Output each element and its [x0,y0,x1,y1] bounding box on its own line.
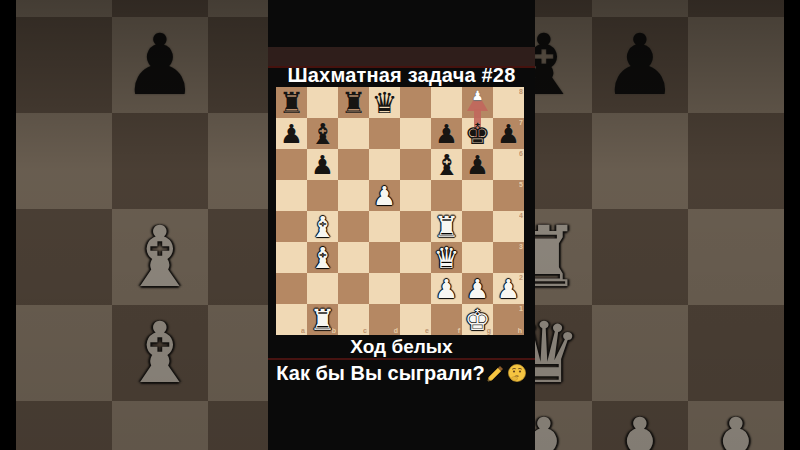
square-e2 [400,273,431,304]
square-b7 [307,118,338,149]
square-g6 [462,149,493,180]
square-e8 [400,87,431,118]
square-c3 [338,242,369,273]
square-f6 [431,149,462,180]
square-b8 [307,87,338,118]
square-c4 [338,211,369,242]
square-g8 [462,87,493,118]
square-g4 [462,211,493,242]
square-c5 [338,180,369,211]
square-c1: c [338,304,369,335]
coord-file-a: a [301,327,305,334]
thinking-face-emoji [507,363,527,389]
square-h4: 4 [493,211,524,242]
caption-question-text: Как бы Вы сыграли? [276,362,484,384]
square-h2: 2 [493,273,524,304]
coord-file-g: g [487,327,491,334]
square-d7 [369,118,400,149]
coord-rank-3: 3 [519,243,523,250]
coord-rank-1: 1 [519,305,523,312]
coord-rank-2: 2 [519,274,523,281]
square-g5 [462,180,493,211]
square-a2 [276,273,307,304]
puzzle-panel: Шахматная задача #28 8765432abcdefg1h ♟ … [268,0,535,450]
caption-question: Как бы Вы сыграли? [268,361,535,386]
caption-side-to-move: Ход белых [268,336,535,357]
puzzle-title: Шахматная задача #28 [268,64,535,87]
coord-rank-6: 6 [519,150,523,157]
square-b1: b [307,304,338,335]
square-b4 [307,211,338,242]
square-a8 [276,87,307,118]
square-g1: g [462,304,493,335]
square-d2 [369,273,400,304]
square-d6 [369,149,400,180]
square-e3 [400,242,431,273]
square-f7 [431,118,462,149]
coord-rank-7: 7 [519,119,523,126]
square-f2 [431,273,462,304]
coord-file-b: b [332,327,336,334]
square-f1: f [431,304,462,335]
coord-file-d: d [394,327,398,334]
square-h5: 5 [493,180,524,211]
square-a4 [276,211,307,242]
square-e7 [400,118,431,149]
coord-rank-4: 4 [519,212,523,219]
square-e4 [400,211,431,242]
coord-rank-5: 5 [519,181,523,188]
video-frame[interactable]: ♟♝♟♝♜♝♛♟♟♟ Шахматная задача #28 8765432a… [0,0,800,450]
coord-file-c: c [363,327,367,334]
square-a1: a [276,304,307,335]
red-divider-line [268,358,535,360]
square-f5 [431,180,462,211]
coord-rank-8: 8 [519,88,523,95]
square-d8 [369,87,400,118]
square-h3: 3 [493,242,524,273]
square-a5 [276,180,307,211]
square-b3 [307,242,338,273]
coord-file-e: e [425,327,429,334]
square-f8 [431,87,462,118]
square-f4 [431,211,462,242]
writing-hand-emoji [486,363,506,389]
square-b6 [307,149,338,180]
square-e1: e [400,304,431,335]
square-g7 [462,118,493,149]
square-b5 [307,180,338,211]
square-b2 [307,273,338,304]
coord-file-f: f [458,327,460,334]
square-h8: 8 [493,87,524,118]
square-h1: 1h [493,304,524,335]
square-c6 [338,149,369,180]
square-h7: 7 [493,118,524,149]
coord-file-h: h [518,327,522,334]
square-e5 [400,180,431,211]
square-a6 [276,149,307,180]
square-h6: 6 [493,149,524,180]
square-c8 [338,87,369,118]
square-g3 [462,242,493,273]
square-a7 [276,118,307,149]
chess-board: 8765432abcdefg1h [276,87,524,335]
square-f3 [431,242,462,273]
square-c7 [338,118,369,149]
square-d1: d [369,304,400,335]
square-d5 [369,180,400,211]
square-e6 [400,149,431,180]
square-d4 [369,211,400,242]
square-g2 [462,273,493,304]
square-a3 [276,242,307,273]
square-d3 [369,242,400,273]
square-c2 [338,273,369,304]
